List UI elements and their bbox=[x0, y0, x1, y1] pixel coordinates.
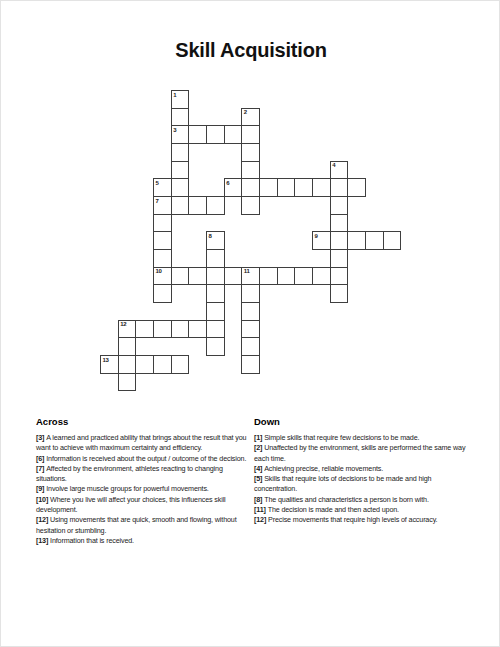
grid-cell-r8c3[interactable] bbox=[153, 231, 172, 250]
grid-cell-r15c0[interactable]: 13 bbox=[100, 355, 119, 374]
down-clues-section: Down [1] Simple skills that require few … bbox=[254, 416, 468, 526]
grid-cell-r4c4[interactable] bbox=[171, 161, 190, 180]
clue-text: The decision is made and then acted upon… bbox=[268, 505, 399, 514]
clue: [13] Information that is received. bbox=[36, 536, 250, 546]
clue-number: [11] bbox=[254, 505, 268, 514]
clue-number: [1] bbox=[254, 433, 264, 442]
grid-cell-r15c2[interactable] bbox=[135, 355, 154, 374]
grid-cell-r7c13[interactable] bbox=[330, 214, 349, 233]
grid-cell-r13c3[interactable] bbox=[153, 320, 172, 339]
cell-number: 6 bbox=[226, 180, 229, 186]
grid-cell-r3c8[interactable] bbox=[241, 143, 260, 162]
grid-cell-r5c3[interactable]: 5 bbox=[153, 178, 172, 197]
clue-text: Involve large muscle groups for powerful… bbox=[46, 484, 209, 493]
grid-cell-r5c12[interactable] bbox=[312, 178, 331, 197]
clue: [11] The decision is made and then acted… bbox=[254, 505, 468, 515]
grid-cell-r8c16[interactable] bbox=[383, 231, 402, 250]
clue: [1] Simple skills that require few decis… bbox=[254, 433, 468, 443]
grid-cell-r5c9[interactable] bbox=[259, 178, 278, 197]
clue-number: [9] bbox=[36, 484, 46, 493]
grid-cell-r7c3[interactable] bbox=[153, 214, 172, 233]
clue: [12] Using movements that are quick, smo… bbox=[36, 515, 250, 536]
grid-cell-r10c8[interactable]: 11 bbox=[241, 267, 260, 286]
clue-text: Using movements that are quick, smooth a… bbox=[36, 515, 237, 534]
grid-cell-r10c12[interactable] bbox=[312, 267, 331, 286]
grid-cell-r15c1[interactable] bbox=[118, 355, 137, 374]
grid-cell-r9c13[interactable] bbox=[330, 249, 349, 268]
grid-cell-r5c14[interactable] bbox=[347, 178, 366, 197]
grid-cell-r1c8[interactable]: 2 bbox=[241, 108, 260, 127]
clue-number: [12] bbox=[254, 515, 268, 524]
grid-cell-r10c4[interactable] bbox=[171, 267, 190, 286]
clue-text: A learned and practiced ability that bri… bbox=[36, 433, 246, 452]
clue-text: Information is received about the output… bbox=[46, 454, 246, 463]
grid-cell-r4c13[interactable]: 4 bbox=[330, 161, 349, 180]
grid-cell-r8c13[interactable] bbox=[330, 231, 349, 250]
grid-cell-r2c6[interactable] bbox=[206, 125, 225, 144]
grid-cell-r6c5[interactable] bbox=[188, 196, 207, 215]
crossword-grid: 12345678910111213 bbox=[100, 90, 402, 392]
clue-text: The qualities and characteristics a pers… bbox=[264, 495, 429, 504]
cell-number: 2 bbox=[244, 109, 247, 115]
grid-cell-r2c5[interactable] bbox=[188, 125, 207, 144]
grid-cell-r16c1[interactable] bbox=[118, 373, 137, 392]
grid-cell-r8c15[interactable] bbox=[365, 231, 384, 250]
grid-cell-r10c3[interactable]: 10 bbox=[153, 267, 172, 286]
grid-cell-r0c4[interactable]: 1 bbox=[171, 90, 190, 109]
clue: [2] Unaffected by the environment, skill… bbox=[254, 443, 468, 464]
cell-number: 10 bbox=[156, 268, 162, 274]
clue: [12] Precise movements that require high… bbox=[254, 515, 468, 525]
clue-text: Skills that require lots of decisions to… bbox=[254, 474, 431, 493]
grid-cell-r6c3[interactable]: 7 bbox=[153, 196, 172, 215]
grid-cell-r9c3[interactable] bbox=[153, 249, 172, 268]
grid-cell-r13c5[interactable] bbox=[188, 320, 207, 339]
grid-cell-r13c1[interactable]: 12 bbox=[118, 320, 137, 339]
grid-cell-r15c8[interactable] bbox=[241, 355, 260, 374]
grid-cell-r13c8[interactable] bbox=[241, 320, 260, 339]
cell-number: 1 bbox=[173, 92, 176, 98]
grid-cell-r14c8[interactable] bbox=[241, 337, 260, 356]
grid-cell-r2c4[interactable]: 3 bbox=[171, 125, 190, 144]
cell-number: 9 bbox=[315, 233, 318, 239]
grid-cell-r9c6[interactable] bbox=[206, 249, 225, 268]
clue-text: Simple skills that require few decisions… bbox=[264, 433, 419, 442]
clue-text: Achieving precise, reliable movements. bbox=[264, 464, 383, 473]
clue-text: Where you live will affect your choices,… bbox=[36, 495, 226, 514]
grid-cell-r5c10[interactable] bbox=[277, 178, 296, 197]
grid-cell-r10c10[interactable] bbox=[277, 267, 296, 286]
clue: [4] Achieving precise, reliable movement… bbox=[254, 464, 468, 474]
clue-number: [4] bbox=[254, 464, 264, 473]
grid-cell-r14c1[interactable] bbox=[118, 337, 137, 356]
grid-cell-r10c13[interactable] bbox=[330, 267, 349, 286]
grid-cell-r2c7[interactable] bbox=[224, 125, 243, 144]
grid-cell-r1c4[interactable] bbox=[171, 108, 190, 127]
grid-cell-r5c8[interactable] bbox=[241, 178, 260, 197]
grid-cell-r13c4[interactable] bbox=[171, 320, 190, 339]
grid-cell-r15c3[interactable] bbox=[153, 355, 172, 374]
page-title: Skill Acquisition bbox=[1, 39, 500, 62]
grid-cell-r11c3[interactable] bbox=[153, 284, 172, 303]
grid-cell-r10c6[interactable] bbox=[206, 267, 225, 286]
cell-number: 11 bbox=[244, 268, 250, 274]
grid-cell-r12c8[interactable] bbox=[241, 302, 260, 321]
clue-number: [2] bbox=[254, 443, 264, 452]
clue-number: [6] bbox=[36, 454, 46, 463]
cell-number: 7 bbox=[156, 198, 159, 204]
clue-number: [5] bbox=[254, 474, 264, 483]
grid-cell-r10c9[interactable] bbox=[259, 267, 278, 286]
grid-cell-r10c5[interactable] bbox=[188, 267, 207, 286]
cell-number: 4 bbox=[332, 162, 335, 168]
clue-text: Information that is received. bbox=[50, 536, 134, 545]
clue-number: [8] bbox=[254, 495, 264, 504]
grid-cell-r13c6[interactable] bbox=[206, 320, 225, 339]
grid-cell-r10c7[interactable] bbox=[224, 267, 243, 286]
grid-cell-r14c6[interactable] bbox=[206, 337, 225, 356]
clue-text: Unaffected by the environment, skills ar… bbox=[254, 443, 465, 462]
cell-number: 5 bbox=[156, 180, 159, 186]
grid-cell-r2c8[interactable] bbox=[241, 125, 260, 144]
clue-number: [3] bbox=[36, 433, 46, 442]
clue: [9] Involve large muscle groups for powe… bbox=[36, 484, 250, 494]
grid-cell-r15c4[interactable] bbox=[171, 355, 190, 374]
down-header: Down bbox=[254, 416, 468, 427]
clue: [7] Affected by the environment, athlete… bbox=[36, 464, 250, 485]
clue: [10] Where you live will affect your cho… bbox=[36, 495, 250, 516]
clue-number: [7] bbox=[36, 464, 46, 473]
clue-number: [12] bbox=[36, 515, 50, 524]
down-clue-list: [1] Simple skills that require few decis… bbox=[254, 433, 468, 526]
clue-text: Affected by the environment, athletes re… bbox=[36, 464, 223, 483]
grid-cell-r10c11[interactable] bbox=[294, 267, 313, 286]
clue: [3] A learned and practiced ability that… bbox=[36, 433, 250, 454]
across-clue-list: [3] A learned and practiced ability that… bbox=[36, 433, 250, 546]
across-header: Across bbox=[36, 416, 250, 427]
crossword-worksheet: { "game": "crossword", "page": { "title"… bbox=[0, 0, 500, 647]
grid-cell-r11c6[interactable] bbox=[206, 284, 225, 303]
grid-cell-r12c6[interactable] bbox=[206, 302, 225, 321]
grid-cell-r5c4[interactable] bbox=[171, 178, 190, 197]
clue: [5] Skills that require lots of decision… bbox=[254, 474, 468, 495]
grid-cell-r8c14[interactable] bbox=[347, 231, 366, 250]
clue-number: [13] bbox=[36, 536, 50, 545]
grid-cell-r8c12[interactable]: 9 bbox=[312, 231, 331, 250]
grid-cell-r11c13[interactable] bbox=[330, 284, 349, 303]
grid-cell-r6c13[interactable] bbox=[330, 196, 349, 215]
grid-cell-r13c2[interactable] bbox=[135, 320, 154, 339]
clue: [8] The qualities and characteristics a … bbox=[254, 495, 468, 505]
grid-cell-r6c8[interactable] bbox=[241, 196, 260, 215]
grid-cell-r3c4[interactable] bbox=[171, 143, 190, 162]
cell-number: 13 bbox=[103, 357, 109, 363]
grid-cell-r6c4[interactable] bbox=[171, 196, 190, 215]
cell-number: 8 bbox=[209, 233, 212, 239]
across-clues-section: Across [3] A learned and practiced abili… bbox=[36, 416, 250, 546]
clue: [6] Information is received about the ou… bbox=[36, 454, 250, 464]
grid-cell-r4c8[interactable] bbox=[241, 161, 260, 180]
grid-cell-r5c7[interactable]: 6 bbox=[224, 178, 243, 197]
grid-cell-r6c6[interactable] bbox=[206, 196, 225, 215]
grid-cell-r11c8[interactable] bbox=[241, 284, 260, 303]
grid-cell-r5c13[interactable] bbox=[330, 178, 349, 197]
grid-cell-r8c6[interactable]: 8 bbox=[206, 231, 225, 250]
clue-number: [10] bbox=[36, 495, 50, 504]
cell-number: 12 bbox=[120, 321, 126, 327]
clue-text: Precise movements that require high leve… bbox=[268, 515, 437, 524]
grid-cell-r5c11[interactable] bbox=[294, 178, 313, 197]
cell-number: 3 bbox=[173, 127, 176, 133]
